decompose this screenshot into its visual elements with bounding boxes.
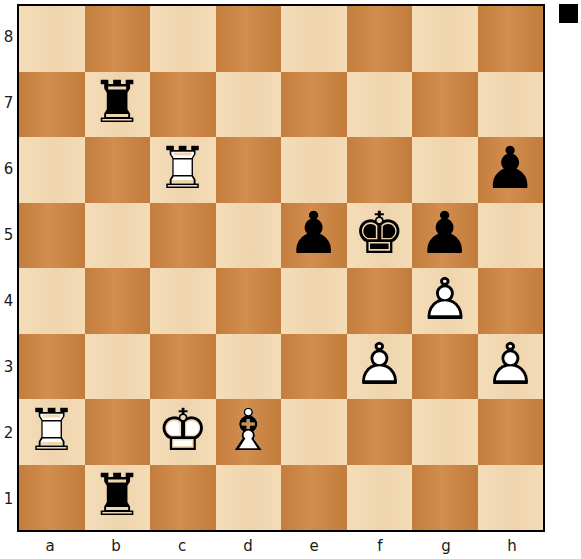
side-to-move-indicator [559, 4, 578, 23]
square-b1[interactable]: ♜ [85, 465, 151, 531]
black-pawn[interactable]: ♟ [478, 137, 544, 203]
chess-board: ♜♜♖♟♟♚♟♟♙♟♙♟♙♜♖♚♔♝♗♜ [17, 4, 545, 532]
square-b8[interactable] [85, 6, 151, 72]
square-d2[interactable]: ♝♗ [216, 399, 282, 465]
black-pawn-glyph: ♟ [484, 138, 536, 196]
black-pawn-glyph: ♟ [288, 204, 340, 262]
square-b2[interactable] [85, 399, 151, 465]
square-g5[interactable]: ♟ [412, 203, 478, 269]
square-h2[interactable] [478, 399, 544, 465]
file-label-h: h [479, 532, 545, 559]
black-pawn[interactable]: ♟ [412, 203, 478, 269]
black-rook-glyph: ♜ [91, 466, 143, 524]
white-rook-outline: ♖ [26, 400, 78, 458]
square-g8[interactable] [412, 6, 478, 72]
square-g7[interactable] [412, 72, 478, 138]
black-rook[interactable]: ♜ [85, 465, 151, 531]
square-d7[interactable] [216, 72, 282, 138]
square-h8[interactable] [478, 6, 544, 72]
square-h1[interactable] [478, 465, 544, 531]
square-f8[interactable] [347, 6, 413, 72]
rank-label-6: 6 [0, 136, 17, 202]
file-label-g: g [413, 532, 479, 559]
square-d6[interactable] [216, 137, 282, 203]
square-h6[interactable]: ♟ [478, 137, 544, 203]
black-pawn-glyph: ♟ [419, 204, 471, 262]
square-c8[interactable] [150, 6, 216, 72]
square-a1[interactable] [19, 465, 85, 531]
square-d8[interactable] [216, 6, 282, 72]
rank-label-2: 2 [0, 400, 17, 466]
square-f6[interactable] [347, 137, 413, 203]
white-pawn[interactable]: ♟♙ [478, 334, 544, 400]
white-pawn-outline: ♙ [484, 335, 536, 393]
square-a8[interactable] [19, 6, 85, 72]
square-d4[interactable] [216, 268, 282, 334]
square-g2[interactable] [412, 399, 478, 465]
file-label-e: e [281, 532, 347, 559]
square-e5[interactable]: ♟ [281, 203, 347, 269]
square-c2[interactable]: ♚♔ [150, 399, 216, 465]
square-g1[interactable] [412, 465, 478, 531]
square-c3[interactable] [150, 334, 216, 400]
square-c4[interactable] [150, 268, 216, 334]
file-labels: a b c d e f g h [17, 532, 545, 559]
square-c1[interactable] [150, 465, 216, 531]
square-g6[interactable] [412, 137, 478, 203]
square-h3[interactable]: ♟♙ [478, 334, 544, 400]
square-b3[interactable] [85, 334, 151, 400]
square-f4[interactable] [347, 268, 413, 334]
square-c6[interactable]: ♜♖ [150, 137, 216, 203]
square-e2[interactable] [281, 399, 347, 465]
white-king-outline: ♔ [157, 400, 209, 458]
white-bishop[interactable]: ♝♗ [216, 399, 282, 465]
square-a5[interactable] [19, 203, 85, 269]
square-b7[interactable]: ♜ [85, 72, 151, 138]
square-b4[interactable] [85, 268, 151, 334]
white-king[interactable]: ♚♔ [150, 399, 216, 465]
white-pawn[interactable]: ♟♙ [412, 268, 478, 334]
square-d1[interactable] [216, 465, 282, 531]
chess-diagram: 8 7 6 5 4 3 2 1 ♜♜♖♟♟♚♟♟♙♟♙♟♙♜♖♚♔♝♗♜ a b… [0, 0, 581, 559]
square-g3[interactable] [412, 334, 478, 400]
square-h7[interactable] [478, 72, 544, 138]
rank-label-5: 5 [0, 202, 17, 268]
square-a4[interactable] [19, 268, 85, 334]
white-pawn[interactable]: ♟♙ [347, 334, 413, 400]
square-f3[interactable]: ♟♙ [347, 334, 413, 400]
black-king-glyph: ♚ [353, 204, 405, 262]
square-a2[interactable]: ♜♖ [19, 399, 85, 465]
white-rook[interactable]: ♜♖ [19, 399, 85, 465]
rank-label-3: 3 [0, 334, 17, 400]
square-e6[interactable] [281, 137, 347, 203]
rank-label-7: 7 [0, 70, 17, 136]
square-d3[interactable] [216, 334, 282, 400]
black-pawn[interactable]: ♟ [281, 203, 347, 269]
file-label-f: f [347, 532, 413, 559]
square-e1[interactable] [281, 465, 347, 531]
rank-label-8: 8 [0, 4, 17, 70]
file-label-b: b [83, 532, 149, 559]
file-label-c: c [149, 532, 215, 559]
rank-labels: 8 7 6 5 4 3 2 1 [0, 4, 17, 532]
square-b6[interactable] [85, 137, 151, 203]
white-bishop-outline: ♗ [222, 400, 274, 458]
square-e4[interactable] [281, 268, 347, 334]
rank-label-4: 4 [0, 268, 17, 334]
black-rook-glyph: ♜ [91, 73, 143, 131]
square-a7[interactable] [19, 72, 85, 138]
black-king[interactable]: ♚ [347, 203, 413, 269]
square-f5[interactable]: ♚ [347, 203, 413, 269]
square-e8[interactable] [281, 6, 347, 72]
square-h5[interactable] [478, 203, 544, 269]
square-a3[interactable] [19, 334, 85, 400]
square-b5[interactable] [85, 203, 151, 269]
square-c7[interactable] [150, 72, 216, 138]
file-label-a: a [17, 532, 83, 559]
white-rook-outline: ♖ [157, 138, 209, 196]
square-f1[interactable] [347, 465, 413, 531]
file-label-d: d [215, 532, 281, 559]
square-h4[interactable] [478, 268, 544, 334]
white-pawn-outline: ♙ [353, 335, 405, 393]
white-rook[interactable]: ♜♖ [150, 137, 216, 203]
white-pawn-outline: ♙ [419, 269, 471, 327]
square-g4[interactable]: ♟♙ [412, 268, 478, 334]
square-a6[interactable] [19, 137, 85, 203]
square-f2[interactable] [347, 399, 413, 465]
square-f7[interactable] [347, 72, 413, 138]
square-c5[interactable] [150, 203, 216, 269]
black-rook[interactable]: ♜ [85, 72, 151, 138]
square-e3[interactable] [281, 334, 347, 400]
square-d5[interactable] [216, 203, 282, 269]
rank-label-1: 1 [0, 466, 17, 532]
square-e7[interactable] [281, 72, 347, 138]
